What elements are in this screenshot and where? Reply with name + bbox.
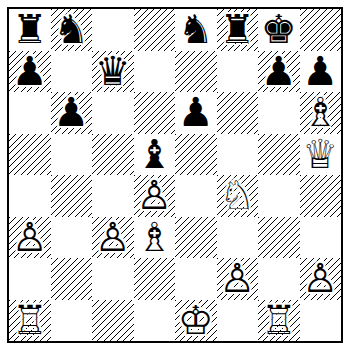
piece-black-king[interactable]: ♚ — [261, 9, 297, 51]
square-d8[interactable] — [134, 9, 176, 51]
piece-white-queen[interactable]: ♕ — [302, 134, 338, 176]
piece-black-knight[interactable]: ♞ — [178, 9, 214, 51]
square-e4[interactable] — [175, 175, 217, 217]
square-d2[interactable] — [134, 258, 176, 300]
square-g1[interactable]: ♖ — [258, 300, 300, 342]
square-e2[interactable] — [175, 258, 217, 300]
square-d1[interactable] — [134, 300, 176, 342]
square-g5[interactable] — [258, 134, 300, 176]
square-h3[interactable] — [300, 217, 342, 259]
square-b1[interactable] — [51, 300, 93, 342]
piece-black-pawn[interactable]: ♟ — [302, 51, 338, 93]
square-d6[interactable] — [134, 92, 176, 134]
piece-black-pawn[interactable]: ♟ — [178, 92, 214, 134]
piece-white-rook[interactable]: ♖ — [12, 300, 48, 342]
square-d7[interactable] — [134, 51, 176, 93]
square-f3[interactable] — [217, 217, 259, 259]
square-d3[interactable]: ♗ — [134, 217, 176, 259]
square-c2[interactable] — [92, 258, 134, 300]
square-h2[interactable]: ♙ — [300, 258, 342, 300]
square-e7[interactable] — [175, 51, 217, 93]
square-c1[interactable] — [92, 300, 134, 342]
piece-black-pawn[interactable]: ♟ — [12, 51, 48, 93]
square-e8[interactable]: ♞ — [175, 9, 217, 51]
piece-white-pawn[interactable]: ♙ — [95, 217, 131, 259]
square-g6[interactable] — [258, 92, 300, 134]
square-b6[interactable]: ♟ — [51, 92, 93, 134]
square-c8[interactable] — [92, 9, 134, 51]
square-b3[interactable] — [51, 217, 93, 259]
piece-white-pawn[interactable]: ♙ — [302, 258, 338, 300]
piece-black-pawn[interactable]: ♟ — [53, 92, 89, 134]
piece-black-rook[interactable]: ♜ — [12, 9, 48, 51]
square-c5[interactable] — [92, 134, 134, 176]
piece-white-king[interactable]: ♔ — [178, 300, 214, 342]
square-h1[interactable] — [300, 300, 342, 342]
square-a5[interactable] — [9, 134, 51, 176]
square-f2[interactable]: ♙ — [217, 258, 259, 300]
piece-white-knight[interactable]: ♘ — [219, 175, 255, 217]
square-e6[interactable]: ♟ — [175, 92, 217, 134]
piece-white-pawn[interactable]: ♙ — [12, 217, 48, 259]
square-f1[interactable] — [217, 300, 259, 342]
square-a1[interactable]: ♖ — [9, 300, 51, 342]
piece-black-knight[interactable]: ♞ — [53, 9, 89, 51]
piece-black-bishop[interactable]: ♝ — [136, 134, 172, 176]
square-f8[interactable]: ♜ — [217, 9, 259, 51]
square-b5[interactable] — [51, 134, 93, 176]
square-e1[interactable]: ♔ — [175, 300, 217, 342]
piece-white-pawn[interactable]: ♙ — [136, 175, 172, 217]
square-b4[interactable] — [51, 175, 93, 217]
square-a8[interactable]: ♜ — [9, 9, 51, 51]
chess-diagram: ♜♞♞♜♚♟♛♟♟♟♟♗♝♕♙♘♙♙♗♙♙♖♔♖ — [4, 4, 346, 346]
square-e5[interactable] — [175, 134, 217, 176]
piece-white-rook[interactable]: ♖ — [261, 300, 297, 342]
square-a7[interactable]: ♟ — [9, 51, 51, 93]
square-g2[interactable] — [258, 258, 300, 300]
square-f5[interactable] — [217, 134, 259, 176]
square-a6[interactable] — [9, 92, 51, 134]
square-f4[interactable]: ♘ — [217, 175, 259, 217]
square-e3[interactable] — [175, 217, 217, 259]
square-h6[interactable]: ♗ — [300, 92, 342, 134]
square-c3[interactable]: ♙ — [92, 217, 134, 259]
square-h8[interactable] — [300, 9, 342, 51]
square-h4[interactable] — [300, 175, 342, 217]
square-g7[interactable]: ♟ — [258, 51, 300, 93]
square-f6[interactable] — [217, 92, 259, 134]
square-d4[interactable]: ♙ — [134, 175, 176, 217]
square-h7[interactable]: ♟ — [300, 51, 342, 93]
piece-white-bishop[interactable]: ♗ — [136, 217, 172, 259]
chess-board: ♜♞♞♜♚♟♛♟♟♟♟♗♝♕♙♘♙♙♗♙♙♖♔♖ — [7, 7, 343, 343]
square-b7[interactable] — [51, 51, 93, 93]
piece-black-rook[interactable]: ♜ — [219, 9, 255, 51]
square-g8[interactable]: ♚ — [258, 9, 300, 51]
piece-white-bishop[interactable]: ♗ — [302, 92, 338, 134]
square-g3[interactable] — [258, 217, 300, 259]
square-h5[interactable]: ♕ — [300, 134, 342, 176]
square-f7[interactable] — [217, 51, 259, 93]
square-d5[interactable]: ♝ — [134, 134, 176, 176]
piece-black-queen[interactable]: ♛ — [95, 51, 131, 93]
square-c6[interactable] — [92, 92, 134, 134]
square-b2[interactable] — [51, 258, 93, 300]
square-g4[interactable] — [258, 175, 300, 217]
square-a2[interactable] — [9, 258, 51, 300]
piece-black-pawn[interactable]: ♟ — [261, 51, 297, 93]
square-b8[interactable]: ♞ — [51, 9, 93, 51]
square-c4[interactable] — [92, 175, 134, 217]
square-c7[interactable]: ♛ — [92, 51, 134, 93]
piece-white-pawn[interactable]: ♙ — [219, 258, 255, 300]
square-a3[interactable]: ♙ — [9, 217, 51, 259]
square-a4[interactable] — [9, 175, 51, 217]
